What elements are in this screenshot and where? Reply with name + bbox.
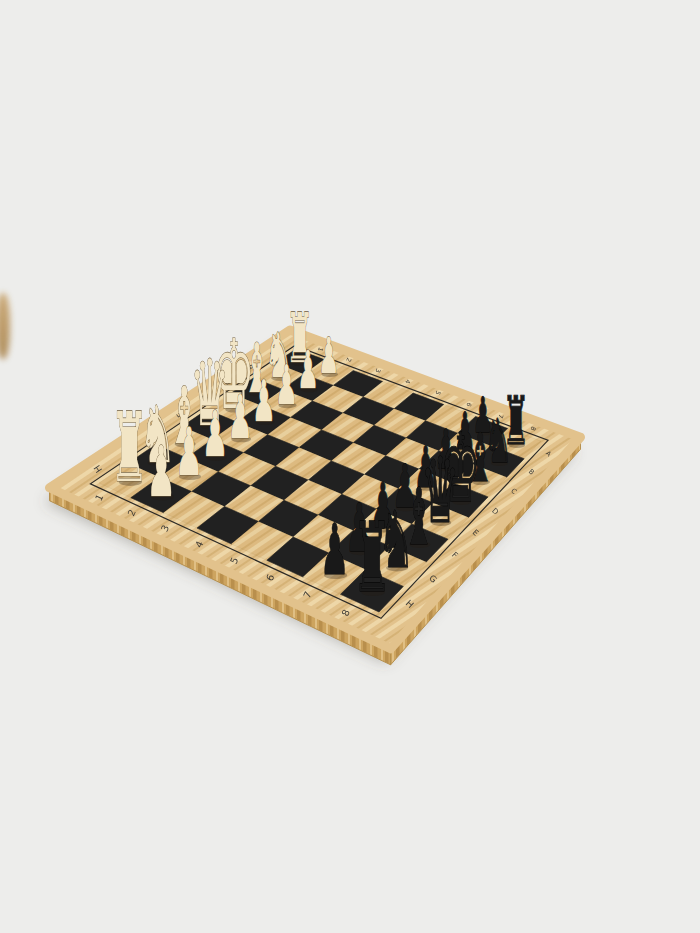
piece-black-rook-h8[interactable]: ♜: [353, 502, 392, 614]
piece-white-pawn-a2[interactable]: ♟: [318, 327, 339, 385]
piece-white-rook-h1[interactable]: ♜: [110, 392, 149, 504]
piece-white-pawn-e2[interactable]: ♟: [227, 382, 252, 452]
piece-white-pawn-h2[interactable]: ♟: [147, 430, 177, 512]
piece-white-pawn-d2[interactable]: ♟: [252, 367, 276, 435]
piece-black-pawn-h7[interactable]: ♟: [320, 509, 350, 591]
piece-white-pawn-f2[interactable]: ♟: [202, 397, 229, 471]
piece-white-pawn-g2[interactable]: ♟: [175, 414, 203, 491]
chessboard: 1234567812345678ABCDEFGHABCDEFGH♜♟♟♜♞♟♟♞…: [0, 0, 700, 933]
product-photo-scene: 1234567812345678ABCDEFGHABCDEFGH♜♟♟♜♞♟♟♞…: [0, 0, 700, 933]
piece-white-pawn-c2[interactable]: ♟: [275, 353, 298, 417]
piece-white-pawn-b2[interactable]: ♟: [297, 340, 319, 401]
